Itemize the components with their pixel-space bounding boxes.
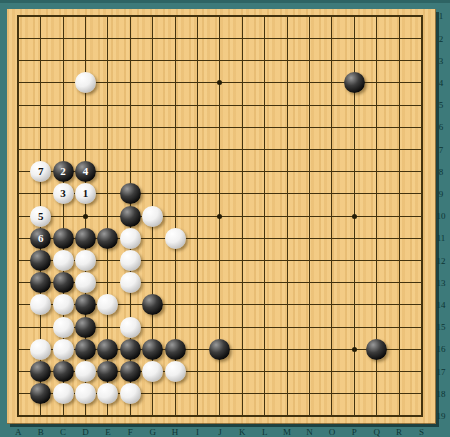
column-label: L <box>257 427 273 437</box>
row-label: 9 <box>432 189 450 199</box>
grid-line-vertical <box>264 15 265 417</box>
grid-line-vertical <box>331 15 332 417</box>
star-point <box>352 347 357 352</box>
white-stone[interactable] <box>75 250 96 271</box>
grid-line-vertical <box>421 15 423 417</box>
black-stone[interactable] <box>344 72 365 93</box>
white-stone[interactable] <box>142 206 163 227</box>
white-stone[interactable] <box>165 228 186 249</box>
white-stone[interactable]: 1 <box>75 183 96 204</box>
black-stone[interactable] <box>120 183 141 204</box>
row-label: 8 <box>432 167 450 177</box>
black-stone[interactable] <box>30 272 51 293</box>
white-stone[interactable] <box>53 250 74 271</box>
white-stone[interactable] <box>120 228 141 249</box>
row-label: 17 <box>432 367 450 377</box>
column-label: I <box>190 427 206 437</box>
white-stone[interactable]: 3 <box>53 183 74 204</box>
black-stone[interactable] <box>53 361 74 382</box>
column-label: A <box>10 427 26 437</box>
white-stone[interactable] <box>142 361 163 382</box>
column-label: G <box>145 427 161 437</box>
black-stone[interactable] <box>120 206 141 227</box>
move-number: 2 <box>60 166 66 177</box>
star-point <box>352 214 357 219</box>
black-stone[interactable] <box>209 339 230 360</box>
white-stone[interactable] <box>75 272 96 293</box>
row-label: 11 <box>432 233 450 243</box>
column-label: N <box>302 427 318 437</box>
column-label: M <box>279 427 295 437</box>
row-label: 18 <box>432 389 450 399</box>
white-stone[interactable] <box>97 294 118 315</box>
black-stone[interactable]: 4 <box>75 161 96 182</box>
row-label: 5 <box>432 100 450 110</box>
row-label: 1 <box>432 11 450 21</box>
black-stone[interactable] <box>30 361 51 382</box>
black-stone[interactable] <box>75 228 96 249</box>
row-label: 3 <box>432 56 450 66</box>
white-stone[interactable] <box>120 250 141 271</box>
row-label: 10 <box>432 211 450 221</box>
grid-line-vertical <box>287 15 288 417</box>
move-number: 3 <box>60 188 66 199</box>
white-stone[interactable] <box>75 361 96 382</box>
move-number: 4 <box>83 166 89 177</box>
row-label: 15 <box>432 322 450 332</box>
white-stone[interactable] <box>165 361 186 382</box>
column-label: P <box>346 427 362 437</box>
move-number: 5 <box>38 211 44 222</box>
column-label: R <box>391 427 407 437</box>
grid-line-vertical <box>399 15 400 417</box>
white-stone[interactable] <box>120 383 141 404</box>
white-stone[interactable] <box>30 339 51 360</box>
black-stone[interactable] <box>75 317 96 338</box>
white-stone[interactable]: 7 <box>30 161 51 182</box>
grid-line-vertical <box>309 15 310 417</box>
white-stone[interactable]: 5 <box>30 206 51 227</box>
row-label: 16 <box>432 344 450 354</box>
black-stone[interactable] <box>30 383 51 404</box>
black-stone[interactable] <box>120 339 141 360</box>
white-stone[interactable] <box>120 317 141 338</box>
row-label: 12 <box>432 256 450 266</box>
column-label: O <box>324 427 340 437</box>
black-stone[interactable] <box>165 339 186 360</box>
white-stone[interactable] <box>53 383 74 404</box>
grid-line-vertical <box>242 15 243 417</box>
black-stone[interactable] <box>97 339 118 360</box>
star-point <box>83 214 88 219</box>
star-point <box>217 214 222 219</box>
move-number: 6 <box>38 233 44 244</box>
grid-line-horizontal <box>17 415 422 417</box>
black-stone[interactable] <box>97 228 118 249</box>
row-label: 2 <box>432 34 450 44</box>
black-stone[interactable] <box>75 339 96 360</box>
column-label: C <box>55 427 71 437</box>
move-number: 1 <box>83 188 89 199</box>
black-stone[interactable] <box>142 294 163 315</box>
white-stone[interactable] <box>30 294 51 315</box>
column-label: S <box>414 427 430 437</box>
column-label: F <box>122 427 138 437</box>
row-label: 6 <box>432 122 450 132</box>
black-stone[interactable]: 6 <box>30 228 51 249</box>
black-stone[interactable] <box>30 250 51 271</box>
white-stone[interactable] <box>75 383 96 404</box>
row-label: 4 <box>432 78 450 88</box>
column-label: E <box>100 427 116 437</box>
row-label: 13 <box>432 278 450 288</box>
row-label: 7 <box>432 145 450 155</box>
column-label: K <box>234 427 250 437</box>
white-stone[interactable] <box>53 294 74 315</box>
column-label: B <box>33 427 49 437</box>
column-label: D <box>78 427 94 437</box>
black-stone[interactable] <box>142 339 163 360</box>
row-label: 14 <box>432 300 450 310</box>
board-layer: 7243156ABCDEFGHIJKLMNOPQRS12345678910111… <box>0 3 450 437</box>
column-label: J <box>212 427 228 437</box>
black-stone[interactable]: 2 <box>53 161 74 182</box>
black-stone[interactable] <box>53 272 74 293</box>
black-stone[interactable] <box>120 361 141 382</box>
go-game-window: 7243156ABCDEFGHIJKLMNOPQRS12345678910111… <box>0 0 450 437</box>
black-stone[interactable] <box>53 228 74 249</box>
white-stone[interactable] <box>75 72 96 93</box>
column-label: H <box>167 427 183 437</box>
black-stone[interactable] <box>97 361 118 382</box>
white-stone[interactable] <box>53 339 74 360</box>
black-stone[interactable] <box>366 339 387 360</box>
white-stone[interactable] <box>120 272 141 293</box>
white-stone[interactable] <box>53 317 74 338</box>
white-stone[interactable] <box>97 383 118 404</box>
move-number: 7 <box>38 166 44 177</box>
star-point <box>217 80 222 85</box>
column-label: Q <box>369 427 385 437</box>
black-stone[interactable] <box>75 294 96 315</box>
row-label: 19 <box>432 411 450 421</box>
